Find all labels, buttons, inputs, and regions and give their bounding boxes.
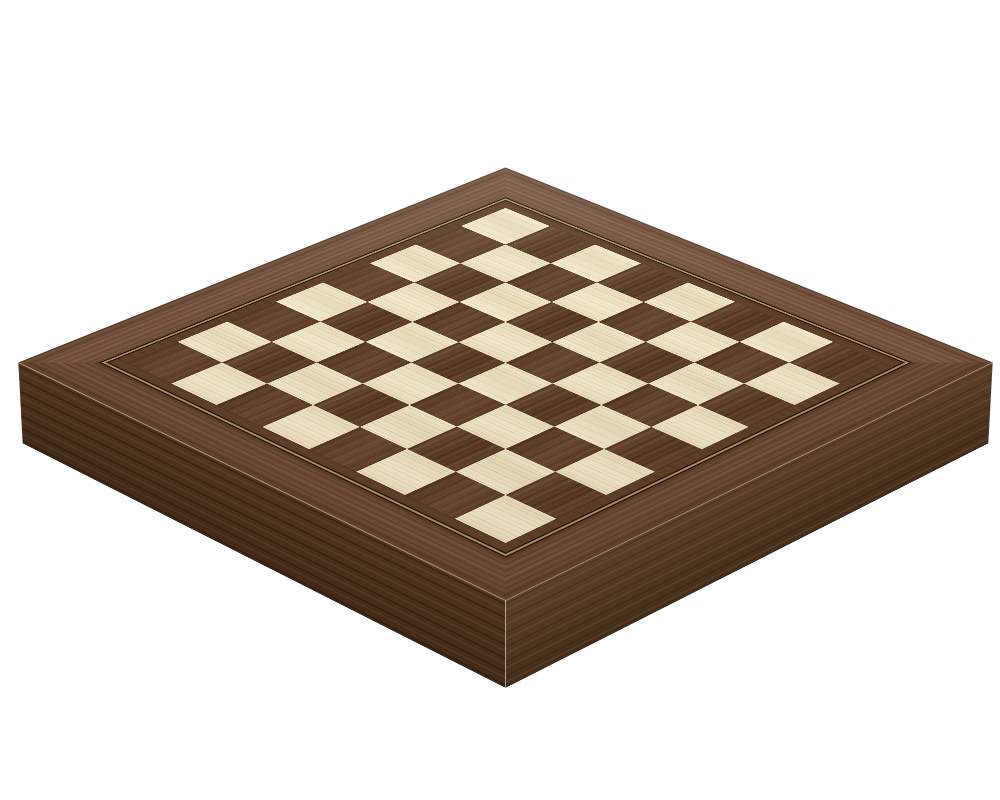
chess-board <box>18 167 992 600</box>
square-h5[interactable] <box>651 404 748 448</box>
square-h4[interactable] <box>603 426 701 471</box>
square-c2[interactable] <box>266 362 361 404</box>
square-e3[interactable] <box>409 383 505 426</box>
square-f1[interactable] <box>356 449 455 495</box>
square-h6[interactable] <box>698 383 794 426</box>
square-g2[interactable] <box>455 449 554 495</box>
square-h7[interactable] <box>744 362 839 404</box>
square-c1[interactable] <box>216 383 312 426</box>
square-d2[interactable] <box>312 383 408 426</box>
square-f5[interactable] <box>553 362 648 404</box>
square-g6[interactable] <box>648 362 743 404</box>
square-g5[interactable] <box>601 383 697 426</box>
square-f4[interactable] <box>505 383 601 426</box>
square-h3[interactable] <box>555 449 654 495</box>
square-e4[interactable] <box>457 362 552 404</box>
square-h1[interactable] <box>454 495 555 543</box>
square-d1[interactable] <box>262 404 359 448</box>
square-f3[interactable] <box>456 404 553 448</box>
square-e2[interactable] <box>359 404 456 448</box>
square-f2[interactable] <box>407 426 505 471</box>
square-e1[interactable] <box>308 426 406 471</box>
square-d3[interactable] <box>362 362 457 404</box>
square-b1[interactable] <box>171 362 266 404</box>
square-g4[interactable] <box>554 404 651 448</box>
square-h2[interactable] <box>505 471 605 518</box>
product-photo-background <box>0 0 1000 800</box>
square-g1[interactable] <box>405 471 505 518</box>
square-g3[interactable] <box>505 426 603 471</box>
board-top-face <box>18 167 992 600</box>
